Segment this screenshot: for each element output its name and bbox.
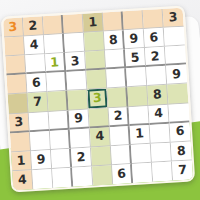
cell-r4c1[interactable] xyxy=(6,75,27,95)
cell-r8c2[interactable]: 9 xyxy=(31,150,52,170)
cell-r5c2[interactable]: 7 xyxy=(28,93,49,113)
cell-r4c9[interactable]: 9 xyxy=(166,65,187,85)
cell-r8c5[interactable] xyxy=(91,146,112,166)
cell-r9c5[interactable] xyxy=(92,165,113,185)
cell-r8c4[interactable]: 2 xyxy=(71,147,92,167)
cell-r3c4[interactable]: 3 xyxy=(65,52,86,72)
cell-r9c6[interactable]: 6 xyxy=(112,164,133,184)
cell-r6c5[interactable] xyxy=(89,108,110,128)
cell-r2c4[interactable] xyxy=(64,33,85,53)
cell-r4c8[interactable] xyxy=(146,66,167,86)
cell-r8c1[interactable]: 1 xyxy=(11,151,32,171)
cell-r1c5[interactable]: 1 xyxy=(83,13,104,33)
cell-r1c1[interactable]: 3 xyxy=(3,17,24,37)
cell-r3c2[interactable] xyxy=(25,54,46,74)
cell-r2c2[interactable]: 4 xyxy=(24,35,45,55)
cell-r8c9[interactable]: 8 xyxy=(171,141,192,161)
cell-r9c3[interactable] xyxy=(52,168,73,188)
selected-cell-r5c5[interactable]: 3 xyxy=(87,89,108,109)
cell-r8c6[interactable] xyxy=(111,145,132,165)
sudoku-grid: 3213489613526973839244161928467 xyxy=(3,8,193,191)
cell-r2c8[interactable]: 6 xyxy=(144,28,165,48)
cell-r5c9[interactable] xyxy=(167,84,188,104)
cell-r6c3[interactable] xyxy=(49,110,70,130)
cell-r9c2[interactable] xyxy=(32,169,53,189)
cell-r3c3[interactable]: 1 xyxy=(45,53,66,73)
cell-r8c3[interactable] xyxy=(51,149,72,169)
sudoku-app-screen: 3213489613526973839244161928467 xyxy=(0,0,200,200)
cell-r6c2[interactable] xyxy=(29,112,50,132)
cell-r9c8[interactable] xyxy=(152,161,173,181)
cell-r6c1[interactable]: 3 xyxy=(9,113,30,133)
cell-r3c5[interactable] xyxy=(85,51,106,71)
cell-r6c7[interactable] xyxy=(129,105,150,125)
cell-r5c3[interactable] xyxy=(48,91,69,111)
cell-r5c1[interactable] xyxy=(8,94,29,114)
cell-r7c5[interactable]: 4 xyxy=(90,127,111,147)
cell-r7c2[interactable] xyxy=(30,131,51,151)
cell-r3c6[interactable] xyxy=(105,49,126,69)
cell-r8c7[interactable] xyxy=(131,144,152,164)
cell-r6c6[interactable]: 2 xyxy=(109,107,130,127)
cell-r7c1[interactable] xyxy=(10,132,31,152)
cell-r9c4[interactable] xyxy=(72,166,93,186)
cell-r7c9[interactable]: 6 xyxy=(170,122,191,142)
cell-r1c8[interactable] xyxy=(143,9,164,29)
cell-r5c6[interactable] xyxy=(107,88,128,108)
cell-r4c4[interactable] xyxy=(66,71,87,91)
cell-r3c7[interactable]: 5 xyxy=(125,48,146,68)
cell-r7c7[interactable]: 1 xyxy=(130,125,151,145)
cell-r2c7[interactable]: 9 xyxy=(124,29,145,49)
cell-r9c9[interactable]: 7 xyxy=(172,160,193,180)
cell-r2c9[interactable] xyxy=(164,27,185,47)
cell-r3c1[interactable] xyxy=(5,56,26,76)
cell-r6c4[interactable]: 9 xyxy=(69,109,90,129)
cell-r7c8[interactable] xyxy=(150,123,171,143)
cell-r1c9[interactable]: 3 xyxy=(163,8,184,28)
cell-r1c2[interactable]: 2 xyxy=(23,16,44,36)
cell-r5c7[interactable] xyxy=(127,86,148,106)
cell-r7c3[interactable] xyxy=(50,129,71,149)
cell-r4c3[interactable] xyxy=(46,72,67,92)
cell-r9c1[interactable]: 4 xyxy=(12,170,33,190)
cell-r5c4[interactable] xyxy=(67,90,88,110)
cell-r2c5[interactable] xyxy=(84,32,105,52)
cell-r4c6[interactable] xyxy=(106,69,127,89)
cell-r6c9[interactable] xyxy=(168,103,189,123)
cell-r1c3[interactable] xyxy=(43,15,64,35)
cell-r3c9[interactable] xyxy=(165,46,186,66)
cell-r4c5[interactable] xyxy=(86,70,107,90)
cell-r2c1[interactable] xyxy=(4,37,25,57)
cell-r3c8[interactable]: 2 xyxy=(145,47,166,67)
sudoku-board: 3213489613526973839244161928467 xyxy=(1,6,195,193)
cell-r9c7[interactable] xyxy=(132,163,153,183)
cell-r4c2[interactable]: 6 xyxy=(26,73,47,93)
cell-r7c4[interactable] xyxy=(70,128,91,148)
cell-r6c8[interactable]: 4 xyxy=(148,104,169,124)
cell-r1c4[interactable] xyxy=(63,14,84,34)
cell-r8c8[interactable] xyxy=(151,142,172,162)
cell-r1c7[interactable] xyxy=(123,10,144,30)
cell-r2c6[interactable]: 8 xyxy=(104,30,125,50)
cell-r4c7[interactable] xyxy=(126,67,147,87)
cell-r7c6[interactable] xyxy=(110,126,131,146)
cell-r2c3[interactable] xyxy=(44,34,65,54)
cell-r5c8[interactable]: 8 xyxy=(147,85,168,105)
cell-r1c6[interactable] xyxy=(103,11,124,31)
